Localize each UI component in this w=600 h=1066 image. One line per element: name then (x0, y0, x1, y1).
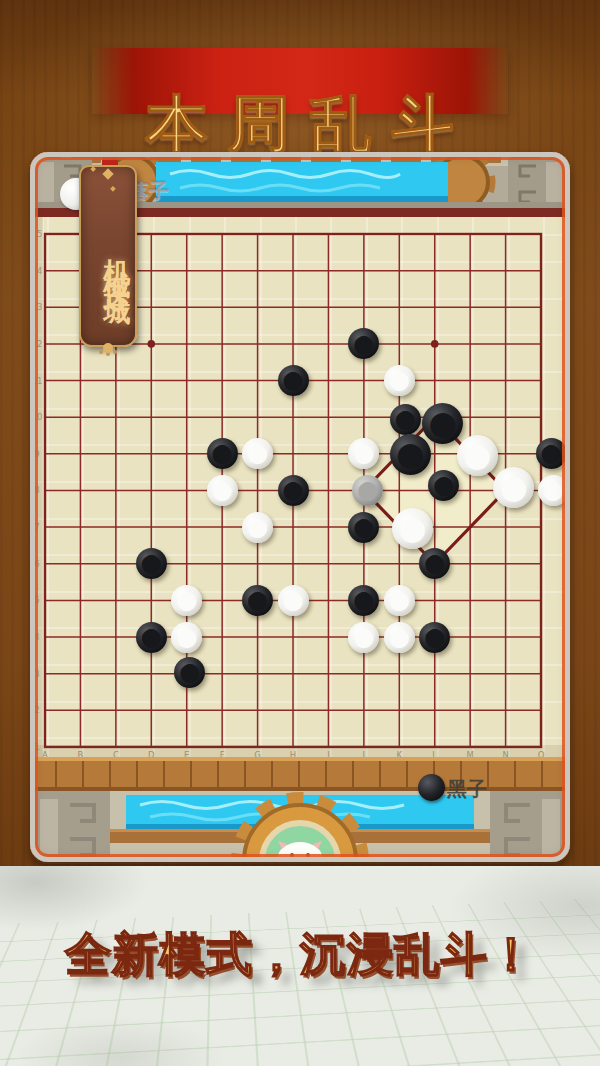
stone-pillar-left (30, 791, 110, 862)
player-label: 黑子 (447, 776, 487, 803)
promo-footer: 全新模式，沉浸乱斗！ (0, 866, 600, 1066)
svg-text:7: 7 (34, 522, 39, 532)
svg-text:4: 4 (34, 632, 39, 642)
stone-pillar-right (490, 791, 570, 862)
mode-plaque[interactable]: 机械迷城 (79, 165, 137, 347)
svg-text:3: 3 (34, 669, 39, 679)
svg-text:5: 5 (34, 595, 39, 605)
promo-tagline: 全新模式，沉浸乱斗！ (0, 924, 600, 986)
svg-text:12: 12 (32, 339, 42, 349)
screen: 本周乱斗 (0, 0, 600, 1066)
svg-text:10: 10 (32, 412, 42, 422)
svg-text:2: 2 (34, 705, 39, 715)
event-title-banner: 本周乱斗 (0, 36, 600, 128)
black-stone-icon (418, 774, 445, 801)
svg-text:13: 13 (32, 302, 42, 312)
gold-ornament-icon (102, 168, 113, 179)
board-panel: 15A14B13C12D11E10F9G8H7I6J5K4L3M2N1O ●●●… (30, 152, 570, 862)
svg-text:9: 9 (34, 449, 39, 459)
board-bottom-decoration (30, 757, 570, 862)
mode-name: 机械迷城 (81, 183, 135, 343)
water-channel (156, 162, 448, 202)
svg-text:8: 8 (34, 485, 39, 495)
gold-tassel-icon (103, 343, 113, 353)
svg-text:6: 6 (34, 559, 39, 569)
svg-text:11: 11 (32, 376, 42, 386)
svg-text:1: 1 (34, 742, 39, 752)
cat-mascot-icon (278, 841, 322, 862)
svg-text:14: 14 (32, 266, 42, 276)
svg-text:15: 15 (32, 229, 42, 239)
